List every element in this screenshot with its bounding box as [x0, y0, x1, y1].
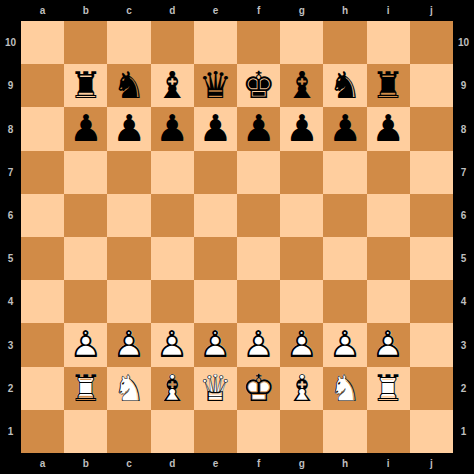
piece-glyph: ♜ — [367, 64, 410, 107]
piece-outline-layer: ♖ — [64, 367, 107, 410]
square-g7[interactable] — [280, 151, 323, 194]
piece-glyph: ♟ — [64, 107, 107, 150]
piece-outline-layer: ♘ — [107, 367, 150, 410]
rank-label-6: 6 — [453, 194, 474, 237]
square-j8[interactable] — [410, 107, 453, 150]
square-f3[interactable]: ♟♙ — [237, 323, 280, 366]
black-knight[interactable]: ♞ — [323, 64, 366, 107]
piece-outline-layer: ♙ — [323, 323, 366, 366]
square-g6[interactable] — [280, 194, 323, 237]
file-label-c: c — [107, 453, 150, 474]
square-f9[interactable]: ♚ — [237, 64, 280, 107]
white-pawn[interactable]: ♟♙ — [367, 323, 410, 366]
white-bishop[interactable]: ♝♗ — [280, 367, 323, 410]
square-j5[interactable] — [410, 237, 453, 280]
square-d4[interactable] — [151, 280, 194, 323]
square-c8[interactable]: ♟ — [107, 107, 150, 150]
square-b3[interactable]: ♟♙ — [64, 323, 107, 366]
black-pawn[interactable]: ♟ — [64, 107, 107, 150]
piece-outline-layer: ♙ — [151, 323, 194, 366]
white-pawn[interactable]: ♟♙ — [151, 323, 194, 366]
square-f10[interactable] — [237, 21, 280, 64]
square-d9[interactable]: ♝ — [151, 64, 194, 107]
square-g4[interactable] — [280, 280, 323, 323]
white-pawn[interactable]: ♟♙ — [280, 323, 323, 366]
white-rook[interactable]: ♜♖ — [64, 367, 107, 410]
square-e7[interactable] — [194, 151, 237, 194]
black-pawn[interactable]: ♟ — [280, 107, 323, 150]
black-pawn[interactable]: ♟ — [367, 107, 410, 150]
square-d1[interactable] — [151, 410, 194, 453]
square-g10[interactable] — [280, 21, 323, 64]
piece-outline-layer: ♙ — [367, 323, 410, 366]
rank-label-10: 10 — [453, 21, 474, 64]
square-h8[interactable]: ♟ — [323, 107, 366, 150]
rank-label-9: 9 — [0, 64, 21, 107]
file-label-j: j — [410, 453, 453, 474]
rank-label-5: 5 — [0, 237, 21, 280]
rank-label-9: 9 — [453, 64, 474, 107]
file-label-h: h — [323, 453, 366, 474]
white-knight[interactable]: ♞♘ — [323, 367, 366, 410]
file-labels-bottom: abcdefghij — [21, 453, 453, 474]
square-a5[interactable] — [21, 237, 64, 280]
file-label-i: i — [367, 0, 410, 21]
square-a3[interactable] — [21, 323, 64, 366]
black-bishop[interactable]: ♝ — [151, 64, 194, 107]
square-i5[interactable] — [367, 237, 410, 280]
square-f2[interactable]: ♚♔ — [237, 367, 280, 410]
black-pawn[interactable]: ♟ — [151, 107, 194, 150]
file-label-b: b — [64, 0, 107, 21]
file-label-h: h — [323, 0, 366, 21]
file-label-d: d — [151, 0, 194, 21]
white-pawn[interactable]: ♟♙ — [323, 323, 366, 366]
file-label-b: b — [64, 453, 107, 474]
piece-outline-layer: ♙ — [280, 323, 323, 366]
white-pawn[interactable]: ♟♙ — [237, 323, 280, 366]
rank-label-1: 1 — [0, 410, 21, 453]
piece-glyph: ♜ — [64, 64, 107, 107]
file-labels-top: abcdefghij — [21, 0, 453, 21]
file-label-g: g — [280, 0, 323, 21]
square-j2[interactable] — [410, 367, 453, 410]
square-h10[interactable] — [323, 21, 366, 64]
piece-outline-layer: ♙ — [237, 323, 280, 366]
file-label-f: f — [237, 453, 280, 474]
square-e5[interactable] — [194, 237, 237, 280]
square-d6[interactable] — [151, 194, 194, 237]
square-e2[interactable]: ♛♕ — [194, 367, 237, 410]
square-a7[interactable] — [21, 151, 64, 194]
square-j1[interactable] — [410, 410, 453, 453]
square-i9[interactable]: ♜ — [367, 64, 410, 107]
file-label-d: d — [151, 453, 194, 474]
square-c4[interactable] — [107, 280, 150, 323]
square-d5[interactable] — [151, 237, 194, 280]
square-d2[interactable]: ♝♗ — [151, 367, 194, 410]
square-g5[interactable] — [280, 237, 323, 280]
square-a4[interactable] — [21, 280, 64, 323]
square-b8[interactable]: ♟ — [64, 107, 107, 150]
rank-label-4: 4 — [453, 280, 474, 323]
rank-label-10: 10 — [0, 21, 21, 64]
square-e8[interactable]: ♟ — [194, 107, 237, 150]
square-i2[interactable]: ♜♖ — [367, 367, 410, 410]
square-e1[interactable] — [194, 410, 237, 453]
square-c9[interactable]: ♞ — [107, 64, 150, 107]
square-a9[interactable] — [21, 64, 64, 107]
piece-outline-layer: ♙ — [107, 323, 150, 366]
black-pawn[interactable]: ♟ — [194, 107, 237, 150]
rank-label-8: 8 — [453, 107, 474, 150]
square-e3[interactable]: ♟♙ — [194, 323, 237, 366]
file-label-f: f — [237, 0, 280, 21]
square-j7[interactable] — [410, 151, 453, 194]
rank-label-4: 4 — [0, 280, 21, 323]
square-h4[interactable] — [323, 280, 366, 323]
square-g1[interactable] — [280, 410, 323, 453]
piece-outline-layer: ♗ — [280, 367, 323, 410]
square-f1[interactable] — [237, 410, 280, 453]
square-e10[interactable] — [194, 21, 237, 64]
square-c10[interactable] — [107, 21, 150, 64]
rank-label-7: 7 — [0, 151, 21, 194]
piece-glyph: ♚ — [237, 64, 280, 107]
white-rook[interactable]: ♜♖ — [367, 367, 410, 410]
piece-outline-layer: ♗ — [151, 367, 194, 410]
square-j6[interactable] — [410, 194, 453, 237]
piece-glyph: ♟ — [280, 107, 323, 150]
square-h7[interactable] — [323, 151, 366, 194]
piece-outline-layer: ♖ — [367, 367, 410, 410]
square-b10[interactable] — [64, 21, 107, 64]
rank-label-3: 3 — [0, 323, 21, 366]
black-bishop[interactable]: ♝ — [280, 64, 323, 107]
black-rook[interactable]: ♜ — [367, 64, 410, 107]
square-g9[interactable]: ♝ — [280, 64, 323, 107]
square-e9[interactable]: ♛ — [194, 64, 237, 107]
square-b5[interactable] — [64, 237, 107, 280]
square-h1[interactable] — [323, 410, 366, 453]
file-label-e: e — [194, 453, 237, 474]
rank-labels-left: 10987654321 — [0, 21, 21, 453]
piece-glyph: ♟ — [194, 107, 237, 150]
square-h2[interactable]: ♞♘ — [323, 367, 366, 410]
square-e6[interactable] — [194, 194, 237, 237]
file-label-a: a — [21, 0, 64, 21]
square-a6[interactable] — [21, 194, 64, 237]
rank-label-6: 6 — [0, 194, 21, 237]
square-d10[interactable] — [151, 21, 194, 64]
square-i10[interactable] — [367, 21, 410, 64]
piece-glyph: ♛ — [194, 64, 237, 107]
square-d8[interactable]: ♟ — [151, 107, 194, 150]
square-i8[interactable]: ♟ — [367, 107, 410, 150]
white-bishop[interactable]: ♝♗ — [151, 367, 194, 410]
piece-glyph: ♟ — [107, 107, 150, 150]
black-pawn[interactable]: ♟ — [107, 107, 150, 150]
rank-label-8: 8 — [0, 107, 21, 150]
square-c5[interactable] — [107, 237, 150, 280]
square-g3[interactable]: ♟♙ — [280, 323, 323, 366]
square-i1[interactable] — [367, 410, 410, 453]
square-g8[interactable]: ♟ — [280, 107, 323, 150]
square-b9[interactable]: ♜ — [64, 64, 107, 107]
square-a10[interactable] — [21, 21, 64, 64]
square-h5[interactable] — [323, 237, 366, 280]
piece-outline-layer: ♔ — [237, 367, 280, 410]
rank-label-7: 7 — [453, 151, 474, 194]
square-f5[interactable] — [237, 237, 280, 280]
square-c6[interactable] — [107, 194, 150, 237]
black-pawn[interactable]: ♟ — [237, 107, 280, 150]
rank-label-3: 3 — [453, 323, 474, 366]
black-queen[interactable]: ♛ — [194, 64, 237, 107]
file-label-g: g — [280, 453, 323, 474]
rank-label-2: 2 — [453, 367, 474, 410]
square-d3[interactable]: ♟♙ — [151, 323, 194, 366]
white-queen[interactable]: ♛♕ — [194, 367, 237, 410]
piece-glyph: ♞ — [323, 64, 366, 107]
rank-label-2: 2 — [0, 367, 21, 410]
square-c2[interactable]: ♞♘ — [107, 367, 150, 410]
piece-outline-layer: ♙ — [194, 323, 237, 366]
piece-glyph: ♟ — [323, 107, 366, 150]
file-label-e: e — [194, 0, 237, 21]
piece-glyph: ♟ — [237, 107, 280, 150]
square-f4[interactable] — [237, 280, 280, 323]
square-a1[interactable] — [21, 410, 64, 453]
chessboard-diagram: abcdefghij abcdefghij 10987654321 109876… — [0, 0, 474, 474]
rank-labels-right: 10987654321 — [453, 21, 474, 453]
square-i4[interactable] — [367, 280, 410, 323]
piece-glyph: ♝ — [280, 64, 323, 107]
square-h3[interactable]: ♟♙ — [323, 323, 366, 366]
piece-outline-layer: ♕ — [194, 367, 237, 410]
black-knight[interactable]: ♞ — [107, 64, 150, 107]
square-b4[interactable] — [64, 280, 107, 323]
square-b7[interactable] — [64, 151, 107, 194]
square-c7[interactable] — [107, 151, 150, 194]
square-a8[interactable] — [21, 107, 64, 150]
square-b2[interactable]: ♜♖ — [64, 367, 107, 410]
square-f6[interactable] — [237, 194, 280, 237]
square-j4[interactable] — [410, 280, 453, 323]
black-rook[interactable]: ♜ — [64, 64, 107, 107]
piece-outline-layer: ♙ — [64, 323, 107, 366]
rank-label-5: 5 — [453, 237, 474, 280]
square-i6[interactable] — [367, 194, 410, 237]
white-king[interactable]: ♚♔ — [237, 367, 280, 410]
square-g2[interactable]: ♝♗ — [280, 367, 323, 410]
piece-glyph: ♞ — [107, 64, 150, 107]
file-label-a: a — [21, 453, 64, 474]
white-knight[interactable]: ♞♘ — [107, 367, 150, 410]
file-label-j: j — [410, 0, 453, 21]
file-label-c: c — [107, 0, 150, 21]
square-j3[interactable] — [410, 323, 453, 366]
square-b1[interactable] — [64, 410, 107, 453]
square-h6[interactable] — [323, 194, 366, 237]
board-grid: ♜♞♝♛♚♝♞♜♟♟♟♟♟♟♟♟♟♙♟♙♟♙♟♙♟♙♟♙♟♙♟♙♜♖♞♘♝♗♛♕… — [21, 21, 453, 453]
piece-glyph: ♟ — [367, 107, 410, 150]
piece-glyph: ♟ — [151, 107, 194, 150]
square-c1[interactable] — [107, 410, 150, 453]
white-pawn[interactable]: ♟♙ — [107, 323, 150, 366]
square-b6[interactable] — [64, 194, 107, 237]
black-pawn[interactable]: ♟ — [323, 107, 366, 150]
file-label-i: i — [367, 453, 410, 474]
square-h9[interactable]: ♞ — [323, 64, 366, 107]
square-d7[interactable] — [151, 151, 194, 194]
square-j9[interactable] — [410, 64, 453, 107]
square-i7[interactable] — [367, 151, 410, 194]
square-e4[interactable] — [194, 280, 237, 323]
square-i3[interactable]: ♟♙ — [367, 323, 410, 366]
black-king[interactable]: ♚ — [237, 64, 280, 107]
white-pawn[interactable]: ♟♙ — [64, 323, 107, 366]
square-a2[interactable] — [21, 367, 64, 410]
piece-glyph: ♝ — [151, 64, 194, 107]
square-c3[interactable]: ♟♙ — [107, 323, 150, 366]
rank-label-1: 1 — [453, 410, 474, 453]
piece-outline-layer: ♘ — [323, 367, 366, 410]
square-f8[interactable]: ♟ — [237, 107, 280, 150]
white-pawn[interactable]: ♟♙ — [194, 323, 237, 366]
square-j10[interactable] — [410, 21, 453, 64]
square-f7[interactable] — [237, 151, 280, 194]
